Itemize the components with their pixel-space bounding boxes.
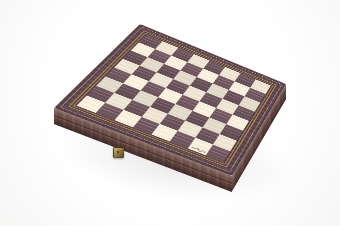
clasp-latch	[113, 147, 124, 158]
product-photo-scene	[0, 0, 340, 226]
